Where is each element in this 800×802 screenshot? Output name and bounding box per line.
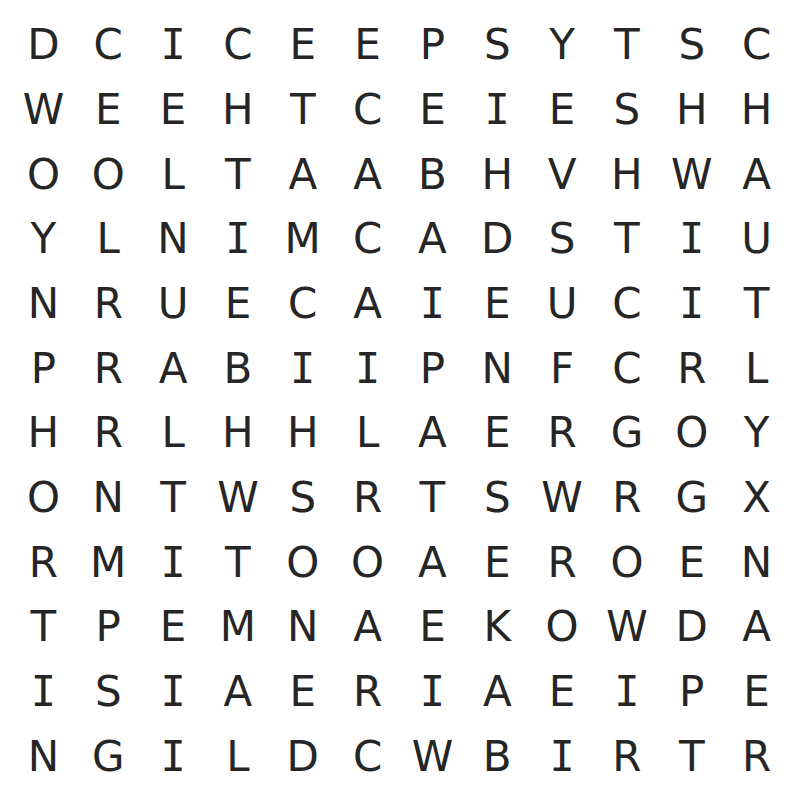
grid-cell[interactable]: A (270, 142, 335, 207)
grid-cell[interactable]: L (141, 401, 206, 466)
grid-cell[interactable]: T (11, 595, 76, 660)
grid-cell[interactable]: F (530, 336, 595, 401)
grid-cell[interactable]: T (595, 207, 660, 272)
grid-cell[interactable]: W (659, 142, 724, 207)
grid-cell[interactable]: I (141, 724, 206, 789)
grid-cell[interactable]: H (465, 142, 530, 207)
grid-cell[interactable]: D (11, 13, 76, 78)
grid-cell[interactable]: R (659, 336, 724, 401)
grid-cell[interactable]: A (400, 401, 465, 466)
grid-cell[interactable]: T (270, 78, 335, 143)
grid-cell[interactable]: H (206, 78, 271, 143)
grid-cell[interactable]: N (724, 530, 789, 595)
grid-cell[interactable]: R (724, 724, 789, 789)
grid-cell[interactable]: A (141, 336, 206, 401)
grid-cell[interactable]: W (11, 78, 76, 143)
grid-cell[interactable]: A (206, 660, 271, 725)
grid-cell[interactable]: E (335, 13, 400, 78)
grid-cell[interactable]: T (206, 530, 271, 595)
grid-cell[interactable]: N (465, 336, 530, 401)
grid-cell[interactable]: B (206, 336, 271, 401)
grid-cell[interactable]: C (335, 724, 400, 789)
grid-cell[interactable]: Y (530, 13, 595, 78)
grid-cell[interactable]: C (335, 78, 400, 143)
grid-cell[interactable]: R (595, 466, 660, 531)
grid-cell[interactable]: I (400, 272, 465, 337)
grid-cell[interactable]: H (206, 401, 271, 466)
grid-cell[interactable]: I (270, 336, 335, 401)
grid-cell[interactable]: C (335, 207, 400, 272)
grid-cell[interactable]: E (659, 530, 724, 595)
grid-cell[interactable]: C (206, 13, 271, 78)
grid-cell[interactable]: L (76, 207, 141, 272)
grid-cell[interactable]: P (400, 336, 465, 401)
grid-cell[interactable]: E (270, 13, 335, 78)
grid-cell[interactable]: B (465, 724, 530, 789)
grid-cell[interactable]: O (595, 530, 660, 595)
grid-cell[interactable]: O (270, 530, 335, 595)
grid-cell[interactable]: T (206, 142, 271, 207)
grid-cell[interactable]: D (270, 724, 335, 789)
grid-cell[interactable]: R (530, 401, 595, 466)
grid-cell[interactable]: R (76, 336, 141, 401)
grid-cell[interactable]: H (595, 142, 660, 207)
grid-cell[interactable]: H (11, 401, 76, 466)
grid-cell[interactable]: X (724, 466, 789, 531)
grid-cell[interactable]: E (465, 530, 530, 595)
grid-cell[interactable]: O (335, 530, 400, 595)
grid-cell[interactable]: G (659, 466, 724, 531)
grid-cell[interactable]: S (595, 78, 660, 143)
grid-cell[interactable]: I (530, 724, 595, 789)
grid-cell[interactable]: E (206, 272, 271, 337)
grid-cell[interactable]: P (659, 660, 724, 725)
grid-cell[interactable]: A (724, 142, 789, 207)
grid-cell[interactable]: N (11, 724, 76, 789)
grid-cell[interactable]: B (400, 142, 465, 207)
grid-cell[interactable]: C (724, 13, 789, 78)
grid-cell[interactable]: L (335, 401, 400, 466)
grid-cell[interactable]: H (659, 78, 724, 143)
grid-cell[interactable]: Y (724, 401, 789, 466)
grid-cell[interactable]: D (465, 207, 530, 272)
grid-cell[interactable]: I (659, 207, 724, 272)
grid-cell[interactable]: D (659, 595, 724, 660)
grid-cell[interactable]: O (530, 595, 595, 660)
grid-cell[interactable]: I (400, 660, 465, 725)
grid-cell[interactable]: I (206, 207, 271, 272)
grid-cell[interactable]: I (141, 530, 206, 595)
grid-cell[interactable]: S (659, 13, 724, 78)
grid-cell[interactable]: W (530, 466, 595, 531)
word-search-grid: DCICEEPSYTSCWEEHTCEIESHHOOLTAABHVHWAYLNI… (11, 13, 789, 789)
grid-cell[interactable]: C (595, 336, 660, 401)
grid-cell[interactable]: R (530, 530, 595, 595)
grid-cell[interactable]: H (724, 78, 789, 143)
grid-cell[interactable]: Y (11, 207, 76, 272)
grid-cell[interactable]: U (141, 272, 206, 337)
grid-cell[interactable]: H (270, 401, 335, 466)
grid-cell[interactable]: N (270, 595, 335, 660)
grid-cell[interactable]: O (76, 142, 141, 207)
grid-cell[interactable]: T (400, 466, 465, 531)
grid-cell[interactable]: O (11, 142, 76, 207)
grid-cell[interactable]: E (400, 78, 465, 143)
grid-cell[interactable]: S (465, 13, 530, 78)
grid-cell[interactable]: I (465, 78, 530, 143)
grid-cell[interactable]: C (76, 13, 141, 78)
grid-cell[interactable]: E (400, 595, 465, 660)
grid-cell[interactable]: R (335, 466, 400, 531)
grid-cell[interactable]: E (724, 660, 789, 725)
grid-cell[interactable]: V (530, 142, 595, 207)
grid-cell[interactable]: A (335, 142, 400, 207)
grid-cell[interactable]: E (141, 78, 206, 143)
grid-cell[interactable]: L (724, 336, 789, 401)
grid-cell[interactable]: N (141, 207, 206, 272)
grid-cell[interactable]: A (724, 595, 789, 660)
grid-cell[interactable]: G (76, 724, 141, 789)
grid-cell[interactable]: E (465, 272, 530, 337)
grid-cell[interactable]: I (11, 660, 76, 725)
grid-cell[interactable]: P (400, 13, 465, 78)
grid-cell[interactable]: I (335, 336, 400, 401)
grid-cell[interactable]: R (595, 724, 660, 789)
grid-cell[interactable]: I (141, 660, 206, 725)
grid-cell[interactable]: E (530, 660, 595, 725)
grid-cell[interactable]: E (270, 660, 335, 725)
grid-cell[interactable]: O (11, 466, 76, 531)
grid-cell[interactable]: L (206, 724, 271, 789)
grid-cell[interactable]: T (141, 466, 206, 531)
grid-cell[interactable]: T (724, 272, 789, 337)
grid-cell[interactable]: S (270, 466, 335, 531)
grid-cell[interactable]: A (400, 207, 465, 272)
grid-cell[interactable]: E (465, 401, 530, 466)
grid-cell[interactable]: M (206, 595, 271, 660)
grid-cell[interactable]: I (141, 13, 206, 78)
grid-cell[interactable]: C (595, 272, 660, 337)
grid-cell[interactable]: W (595, 595, 660, 660)
grid-cell[interactable]: U (724, 207, 789, 272)
grid-cell[interactable]: E (76, 78, 141, 143)
grid-cell[interactable]: M (270, 207, 335, 272)
grid-cell[interactable]: N (76, 466, 141, 531)
grid-cell[interactable]: G (595, 401, 660, 466)
grid-cell[interactable]: I (595, 660, 660, 725)
grid-cell[interactable]: T (595, 13, 660, 78)
grid-cell[interactable]: E (530, 78, 595, 143)
grid-cell[interactable]: W (206, 466, 271, 531)
grid-cell[interactable]: A (335, 595, 400, 660)
grid-cell[interactable]: A (465, 660, 530, 725)
grid-cell[interactable]: S (76, 660, 141, 725)
grid-cell[interactable]: L (141, 142, 206, 207)
grid-cell[interactable]: U (530, 272, 595, 337)
grid-cell[interactable]: N (11, 272, 76, 337)
grid-cell[interactable]: C (270, 272, 335, 337)
grid-cell[interactable]: A (335, 272, 400, 337)
grid-cell[interactable]: R (335, 660, 400, 725)
grid-cell[interactable]: R (11, 530, 76, 595)
grid-cell[interactable]: I (659, 272, 724, 337)
grid-cell[interactable]: R (76, 401, 141, 466)
grid-cell[interactable]: P (76, 595, 141, 660)
grid-cell[interactable]: E (141, 595, 206, 660)
grid-cell[interactable]: R (76, 272, 141, 337)
grid-cell[interactable]: A (400, 530, 465, 595)
grid-cell[interactable]: S (465, 466, 530, 531)
grid-cell[interactable]: K (465, 595, 530, 660)
grid-cell[interactable]: P (11, 336, 76, 401)
grid-cell[interactable]: M (76, 530, 141, 595)
grid-cell[interactable]: W (400, 724, 465, 789)
grid-cell[interactable]: S (530, 207, 595, 272)
grid-cell[interactable]: T (659, 724, 724, 789)
grid-cell[interactable]: O (659, 401, 724, 466)
